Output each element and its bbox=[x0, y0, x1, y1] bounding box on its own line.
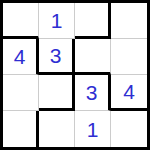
cell-r1c0[interactable]: 4 bbox=[3, 39, 39, 75]
cell-r2c1[interactable] bbox=[39, 75, 75, 111]
cell-r0c0[interactable] bbox=[3, 3, 39, 39]
cell-r1c2[interactable] bbox=[75, 39, 111, 75]
cell-r0c1[interactable]: 1 bbox=[39, 3, 75, 39]
cell-r3c2[interactable]: 1 bbox=[75, 111, 111, 147]
cell-r3c1[interactable] bbox=[39, 111, 75, 147]
cell-r1c3[interactable] bbox=[111, 39, 147, 75]
cell-r3c3[interactable] bbox=[111, 111, 147, 147]
cell-r2c3[interactable]: 4 bbox=[111, 75, 147, 111]
cell-r2c2[interactable]: 3 bbox=[75, 75, 111, 111]
cell-r0c2[interactable] bbox=[75, 3, 111, 39]
cell-r3c0[interactable] bbox=[3, 111, 39, 147]
cell-r0c3[interactable] bbox=[111, 3, 147, 39]
cell-r1c1[interactable]: 3 bbox=[39, 39, 75, 75]
cell-r2c0[interactable] bbox=[3, 75, 39, 111]
puzzle-board: 143341 bbox=[0, 0, 150, 150]
